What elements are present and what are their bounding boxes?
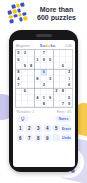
sudoku-cell-r9c9[interactable]: 9	[66, 101, 72, 107]
sudoku-cell-r9c7[interactable]	[53, 101, 59, 107]
keypad-key-8[interactable]: 8	[34, 134, 42, 142]
logo-square	[21, 7, 25, 11]
keypad-row-2: 6789 Undo	[13, 133, 75, 143]
keypad-key-6[interactable]: 6	[16, 134, 24, 142]
keypad-key-9[interactable]: 9	[43, 134, 51, 142]
tools-row: Notes	[13, 114, 75, 124]
box-divider	[15, 69, 72, 70]
sudoku-grid: 537619598686348317266284195879	[15, 50, 72, 107]
app-logo-letters: do	[45, 43, 50, 48]
keypad-key-3[interactable]: 3	[34, 125, 42, 133]
logo-square	[11, 4, 15, 8]
keypad-key-1[interactable]: 1	[16, 125, 24, 133]
sudoku-cell-r9c6[interactable]	[47, 101, 53, 107]
phone-mockup: Beginner Sudoku 2:45 5376195986863483172…	[9, 30, 78, 172]
promo-page: { "game": "sudoku", "position": "53..7..…	[0, 0, 87, 183]
logo-square	[14, 18, 18, 22]
app-logo-grid-icon	[6, 2, 27, 23]
sudoku-cell-r9c1[interactable]	[15, 101, 21, 107]
phone-screen: Beginner Sudoku 2:45 5376195986863483172…	[13, 40, 75, 167]
lightbulb-icon	[20, 114, 25, 123]
logo-square	[6, 5, 10, 9]
sudoku-cell-r9c8[interactable]: 7	[59, 101, 65, 107]
sudoku-cell-r9c4[interactable]	[34, 101, 40, 107]
keypad-key-4[interactable]: 4	[43, 125, 51, 133]
box-divider	[34, 50, 35, 107]
sudoku-board: 537619598686348317266284195879	[15, 50, 73, 108]
app-logo-letters: ku	[50, 43, 55, 48]
hints-label: Hints: 0/5	[56, 110, 71, 114]
logo-square	[23, 16, 27, 20]
logo-square	[17, 8, 21, 12]
sudoku-cell-r9c3[interactable]	[28, 101, 34, 107]
difficulty-label[interactable]: Beginner	[16, 44, 30, 48]
promo-heading: More than 600 puzzles	[28, 5, 85, 21]
keypad-row-1: 12345 Erase	[13, 124, 75, 134]
app-header: Beginner Sudoku 2:45	[13, 40, 75, 50]
new-game-grid-icon-button[interactable]	[52, 134, 60, 142]
logo-square	[20, 2, 24, 6]
promo-heading-line1: More than	[28, 5, 85, 13]
box-divider	[53, 50, 54, 107]
phone-camera-notch	[36, 34, 52, 37]
promo-heading-line2: 600 puzzles	[28, 13, 85, 21]
keypad-key-2[interactable]: 2	[25, 125, 33, 133]
logo-square	[19, 17, 23, 21]
timer-label: 2:45	[65, 44, 72, 48]
app-logo-letters: Su	[39, 43, 44, 48]
erase-button[interactable]: Erase	[61, 125, 71, 133]
logo-square	[16, 3, 20, 7]
notes-button[interactable]: Notes	[55, 116, 71, 123]
undo-button[interactable]: Undo	[61, 134, 71, 142]
keypad-key-5[interactable]: 5	[52, 125, 60, 133]
logo-square	[9, 19, 13, 23]
mistakes-label: Mistakes: 1	[16, 110, 34, 114]
app-logo-word: Sudoku	[39, 43, 55, 48]
sudoku-cell-r9c2[interactable]	[21, 101, 27, 107]
box-divider	[15, 88, 72, 89]
logo-square	[12, 9, 16, 13]
logo-square	[7, 10, 11, 14]
hint-button[interactable]	[16, 116, 28, 123]
keypad-key-7[interactable]: 7	[25, 134, 33, 142]
sudoku-cell-r9c5[interactable]: 8	[40, 101, 46, 107]
